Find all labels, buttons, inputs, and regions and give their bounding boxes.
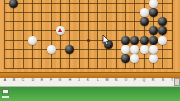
white-stone-R8 <box>149 0 158 8</box>
white-stone-F3 <box>47 45 56 54</box>
black-stone-Q4 <box>140 36 149 45</box>
grid-line-row-1 <box>5 68 173 69</box>
grid-line-row-2 <box>5 58 173 59</box>
black-stone-R7 <box>149 8 158 17</box>
coordinate-label-A: A <box>2 78 7 82</box>
black-stone-H3 <box>65 45 74 54</box>
coordinate-label-J: J <box>76 78 81 82</box>
black-stone-B8 <box>9 0 18 8</box>
coordinate-label-H: H <box>67 78 72 82</box>
white-stone-P3 <box>130 45 139 54</box>
last-move-marker <box>58 28 62 32</box>
coordinate-label-G: G <box>58 78 63 82</box>
coordinate-label-O: O <box>123 78 128 82</box>
white-stone-Q7 <box>140 8 149 17</box>
desktop-icon[interactable] <box>2 89 9 99</box>
white-stone-G5 <box>56 26 65 35</box>
black-stone-S5 <box>158 26 167 35</box>
coordinate-label-K: K <box>86 78 91 82</box>
white-stone-D4 <box>28 36 37 45</box>
coordinate-bar: ABCDEFGHJKLMNOPQRST <box>0 78 180 88</box>
white-stone-P2 <box>130 54 139 63</box>
coordinate-label-L: L <box>95 78 100 82</box>
coordinate-label-S: S <box>160 78 165 82</box>
coordinate-label-M: M <box>104 78 109 82</box>
black-stone-O4 <box>121 36 130 45</box>
white-stone-R2 <box>149 54 158 63</box>
coordinate-label-N: N <box>113 78 118 82</box>
black-stone-P4 <box>130 36 139 45</box>
go-board[interactable] <box>0 0 180 72</box>
coordinate-label-R: R <box>151 78 156 82</box>
black-stone-R5 <box>149 26 158 35</box>
desktop-background <box>0 87 180 101</box>
coordinate-label-T: T <box>169 78 174 82</box>
white-stone-S4 <box>158 36 167 45</box>
stone-in-hand <box>104 40 113 49</box>
coordinate-label-B: B <box>11 78 16 82</box>
coordinate-label-Q: Q <box>141 78 146 82</box>
coordinate-label-F: F <box>48 78 53 82</box>
white-stone-Q3 <box>140 45 149 54</box>
coordinate-label-C: C <box>20 78 25 82</box>
black-stone-R4 <box>149 36 158 45</box>
app-window: ABCDEFGHJKLMNOPQRST <box>0 0 180 101</box>
black-stone-O2 <box>121 54 130 63</box>
coordinate-label-D: D <box>30 78 35 82</box>
coordinate-label-P: P <box>132 78 137 82</box>
star-point-K4 <box>87 39 90 42</box>
desktop-icon-label <box>2 96 9 98</box>
white-stone-R3 <box>149 45 158 54</box>
grid-line-row-8 <box>5 3 173 4</box>
white-stone-O3 <box>121 45 130 54</box>
coordinate-label-E: E <box>39 78 44 82</box>
grid-line-row-5 <box>5 30 173 31</box>
desktop-icon-image <box>2 89 9 96</box>
black-stone-S6 <box>158 17 167 26</box>
black-stone-Q6 <box>140 17 149 26</box>
